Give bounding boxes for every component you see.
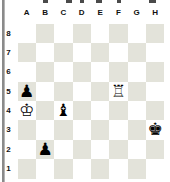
square-c4[interactable]: ♝ [54,101,72,120]
square-e3[interactable] [91,120,109,139]
square-f3[interactable] [109,120,127,139]
square-d2[interactable] [73,140,91,159]
rank-label-7: 7 [0,43,17,62]
square-d5[interactable] [73,82,91,101]
cropped-text-fragment [80,0,84,3]
square-h4[interactable] [146,101,164,120]
file-label-c: C [54,7,72,19]
square-g3[interactable] [128,120,146,139]
square-h1[interactable] [146,159,164,178]
square-a7[interactable] [18,43,36,62]
square-e2[interactable] [91,140,109,159]
cropped-text-fragment [96,0,102,3]
square-c2[interactable] [54,140,72,159]
square-b5[interactable] [36,82,54,101]
square-f7[interactable] [109,43,127,62]
file-label-h: H [146,7,164,19]
square-f4[interactable] [109,101,127,120]
square-f2[interactable] [109,140,127,159]
square-e6[interactable] [91,62,109,81]
square-b3[interactable] [36,120,54,139]
square-g2[interactable] [128,140,146,159]
square-f5[interactable]: ♖ [109,82,127,101]
square-f8[interactable] [109,24,127,43]
piece-black-pawn[interactable]: ♟ [36,140,54,159]
square-a8[interactable] [18,24,36,43]
square-c6[interactable] [54,62,72,81]
square-d1[interactable] [73,159,91,178]
file-labels: ABCDEFGH [18,7,165,19]
square-b7[interactable] [36,43,54,62]
rank-label-1: 1 [0,159,17,178]
rank-label-5: 5 [0,82,17,101]
rank-labels: 87654321 [0,24,17,179]
square-h2[interactable] [146,140,164,159]
piece-white-king[interactable]: ♔ [18,101,36,120]
square-c5[interactable] [54,82,72,101]
square-a4[interactable]: ♔ [18,101,36,120]
square-e5[interactable] [91,82,109,101]
square-e1[interactable] [91,159,109,178]
square-c1[interactable] [54,159,72,178]
square-c3[interactable] [54,120,72,139]
chess-board: ♟♖♔♝♚♟ [18,24,165,179]
rank-label-6: 6 [0,62,17,81]
rank-label-4: 4 [0,101,17,120]
square-h7[interactable] [146,43,164,62]
cropped-text-fragment [66,0,72,3]
cropped-text-fragment [117,0,121,3]
square-e4[interactable] [91,101,109,120]
square-a5[interactable]: ♟ [18,82,36,101]
square-c8[interactable] [54,24,72,43]
piece-black-pawn[interactable]: ♟ [18,82,36,101]
square-g5[interactable] [128,82,146,101]
square-d3[interactable] [73,120,91,139]
rank-label-3: 3 [0,120,17,139]
square-h3[interactable]: ♚ [146,120,164,139]
square-g6[interactable] [128,62,146,81]
square-e8[interactable] [91,24,109,43]
square-g7[interactable] [128,43,146,62]
square-g1[interactable] [128,159,146,178]
cropped-text-fragment [149,0,156,3]
square-d6[interactable] [73,62,91,81]
square-a3[interactable] [18,120,36,139]
square-d4[interactable] [73,101,91,120]
rank-label-8: 8 [0,24,17,43]
file-label-f: F [109,7,127,19]
square-f1[interactable] [109,159,127,178]
square-d8[interactable] [73,24,91,43]
file-label-g: G [128,7,146,19]
square-b1[interactable] [36,159,54,178]
square-b2[interactable]: ♟ [36,140,54,159]
square-b8[interactable] [36,24,54,43]
square-d7[interactable] [73,43,91,62]
square-g4[interactable] [128,101,146,120]
square-c7[interactable] [54,43,72,62]
file-label-d: D [73,7,91,19]
square-b4[interactable] [36,101,54,120]
square-e7[interactable] [91,43,109,62]
square-g8[interactable] [128,24,146,43]
piece-black-bishop[interactable]: ♝ [54,101,72,120]
rank-label-2: 2 [0,140,17,159]
square-h8[interactable] [146,24,164,43]
square-h6[interactable] [146,62,164,81]
file-label-e: E [91,7,109,19]
file-label-a: A [18,7,36,19]
file-label-b: B [36,7,54,19]
square-a2[interactable] [18,140,36,159]
cropped-text-fragment [43,0,48,3]
piece-black-king[interactable]: ♚ [146,120,164,139]
square-h5[interactable] [146,82,164,101]
square-f6[interactable] [109,62,127,81]
square-a6[interactable] [18,62,36,81]
piece-white-rook[interactable]: ♖ [109,82,127,101]
square-a1[interactable] [18,159,36,178]
square-b6[interactable] [36,62,54,81]
